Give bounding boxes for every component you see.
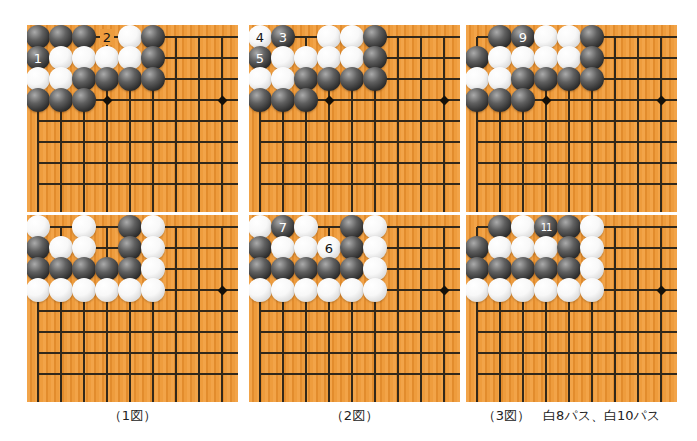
- black-stone: [27, 88, 50, 112]
- book-page: （1図） （2図） （3図） 白8パス、白10パス 1234597611: [0, 0, 697, 441]
- grid-line-vertical: [198, 227, 200, 402]
- grid-line-horizontal: [260, 120, 460, 122]
- hoshi-point: [656, 95, 666, 105]
- grid-line-vertical: [221, 227, 223, 402]
- grid-line-horizontal: [477, 352, 677, 354]
- grid-line-horizontal: [260, 141, 460, 143]
- grid-line-horizontal: [477, 331, 677, 333]
- grid-line-horizontal: [477, 141, 677, 143]
- move-number-label: 7: [271, 221, 295, 234]
- white-stone: [72, 278, 96, 302]
- white-stone: [118, 278, 142, 302]
- grid-line-horizontal: [260, 373, 460, 375]
- grid-line-horizontal: [38, 352, 238, 354]
- caption-figure-2: （2図）: [249, 407, 460, 425]
- grid-line-horizontal: [38, 183, 238, 185]
- move-number-label: 6: [317, 242, 341, 255]
- white-stone: [580, 278, 604, 302]
- grid-line-vertical: [443, 227, 445, 402]
- hoshi-point: [102, 95, 112, 105]
- move-number-label: 11: [534, 221, 558, 234]
- black-stone: [317, 67, 341, 91]
- grid-line-vertical: [420, 227, 422, 402]
- hoshi-point: [439, 95, 449, 105]
- go-board-fig1-top: 12: [27, 25, 238, 212]
- black-stone: [141, 67, 165, 91]
- grid-line-vertical: [637, 37, 639, 212]
- grid-line-horizontal: [260, 162, 460, 164]
- grid-line-vertical: [221, 37, 223, 212]
- grid-line-vertical: [637, 227, 639, 402]
- hoshi-point: [217, 285, 227, 295]
- white-stone: [294, 278, 318, 302]
- white-stone: [340, 278, 364, 302]
- white-stone: [49, 278, 73, 302]
- white-stone: [488, 278, 512, 302]
- grid-line-horizontal: [38, 162, 238, 164]
- caption-figure-1: （1図）: [27, 407, 238, 425]
- grid-line-horizontal: [477, 310, 677, 312]
- hoshi-point: [217, 95, 227, 105]
- grid-line-horizontal: [477, 373, 677, 375]
- grid-line-vertical: [443, 37, 445, 212]
- go-board-fig1-bottom: [27, 215, 238, 402]
- hoshi-point: [439, 285, 449, 295]
- grid-line-horizontal: [477, 120, 677, 122]
- grid-line-vertical: [106, 227, 108, 402]
- move-number-label: 2: [95, 31, 119, 44]
- white-stone: [363, 278, 387, 302]
- grid-line-horizontal: [260, 310, 460, 312]
- white-stone: [271, 278, 295, 302]
- grid-line-vertical: [660, 227, 662, 402]
- grid-line-vertical: [175, 227, 177, 402]
- grid-line-vertical: [397, 227, 399, 402]
- move-number-label: 1: [27, 52, 50, 65]
- move-number-label: 3: [271, 31, 295, 44]
- white-stone: [534, 278, 558, 302]
- hoshi-point: [541, 95, 551, 105]
- black-stone: [557, 67, 581, 91]
- hoshi-point: [656, 285, 666, 295]
- grid-line-horizontal: [477, 183, 677, 185]
- grid-line-horizontal: [38, 373, 238, 375]
- go-board-fig2-bottom: 76: [249, 215, 460, 402]
- black-stone: [580, 67, 604, 91]
- black-stone: [534, 67, 558, 91]
- white-stone: [511, 278, 535, 302]
- move-number-label: 5: [249, 52, 272, 65]
- black-stone: [95, 67, 119, 91]
- black-stone: [118, 67, 142, 91]
- go-board-fig3-bottom: 11: [466, 215, 677, 402]
- white-stone: [141, 278, 165, 302]
- grid-line-horizontal: [260, 183, 460, 185]
- go-board-fig3-top: 9: [466, 25, 677, 212]
- grid-line-vertical: [175, 37, 177, 212]
- white-stone: [249, 278, 272, 302]
- grid-line-vertical: [614, 37, 616, 212]
- grid-line-horizontal: [477, 162, 677, 164]
- grid-line-horizontal: [38, 331, 238, 333]
- grid-line-vertical: [614, 227, 616, 402]
- black-stone: [294, 88, 318, 112]
- black-stone: [363, 67, 387, 91]
- hoshi-point: [324, 95, 334, 105]
- caption-figure-3: （3図） 白8パス、白10パス: [466, 407, 677, 425]
- white-stone: [95, 278, 119, 302]
- black-stone: [271, 88, 295, 112]
- grid-line-horizontal: [38, 310, 238, 312]
- grid-line-horizontal: [260, 352, 460, 354]
- black-stone: [340, 67, 364, 91]
- grid-line-horizontal: [38, 120, 238, 122]
- black-stone: [49, 88, 73, 112]
- grid-line-vertical: [420, 37, 422, 212]
- grid-line-horizontal: [260, 331, 460, 333]
- grid-line-vertical: [198, 37, 200, 212]
- black-stone: [488, 88, 512, 112]
- black-stone: [72, 88, 96, 112]
- go-board-fig2-top: 345: [249, 25, 460, 212]
- white-stone: [317, 278, 341, 302]
- move-number-label: 9: [511, 31, 535, 44]
- white-stone: [466, 278, 489, 302]
- black-stone: [249, 88, 272, 112]
- white-stone: [557, 278, 581, 302]
- white-stone: [27, 278, 50, 302]
- black-stone: [466, 88, 489, 112]
- black-stone: [511, 88, 535, 112]
- grid-line-vertical: [397, 37, 399, 212]
- grid-line-vertical: [660, 37, 662, 212]
- move-number-label: 4: [249, 31, 272, 44]
- grid-line-horizontal: [38, 141, 238, 143]
